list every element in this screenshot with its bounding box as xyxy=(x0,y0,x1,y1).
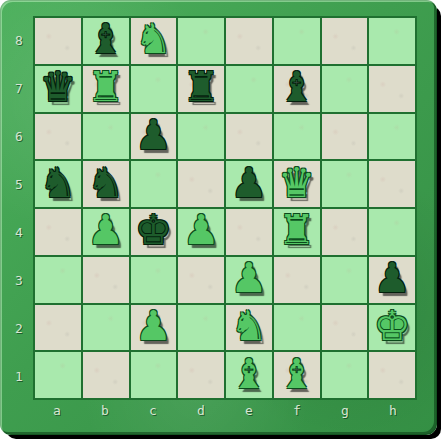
square-b7[interactable]: ♜ xyxy=(83,66,129,112)
piece-dark-rook-d7[interactable]: ♜ xyxy=(183,67,220,108)
square-a6[interactable] xyxy=(35,114,81,160)
square-f7[interactable]: ♝ xyxy=(274,66,320,112)
square-g7[interactable] xyxy=(322,66,368,112)
piece-light-pawn-b4[interactable]: ♟ xyxy=(87,210,124,251)
piece-light-bishop-e1[interactable]: ♝ xyxy=(230,354,267,395)
square-g3[interactable] xyxy=(322,257,368,303)
square-d7[interactable]: ♜ xyxy=(178,66,224,112)
square-f4[interactable]: ♜ xyxy=(274,209,320,255)
square-g6[interactable] xyxy=(322,114,368,160)
rank-label-4: 4 xyxy=(7,208,31,256)
square-g2[interactable] xyxy=(322,305,368,351)
square-h3[interactable]: ♟ xyxy=(369,257,415,303)
piece-light-pawn-e3[interactable]: ♟ xyxy=(230,258,267,299)
board-grid: ♝♞♛♜♜♝♟♞♞♟♛♟♚♟♜♟♟♟♞♚♝♝ xyxy=(33,16,417,400)
square-g4[interactable] xyxy=(322,209,368,255)
square-d1[interactable] xyxy=(178,352,224,398)
square-d3[interactable] xyxy=(178,257,224,303)
square-f8[interactable] xyxy=(274,18,320,64)
piece-dark-king-c4[interactable]: ♚ xyxy=(135,210,172,251)
square-e5[interactable]: ♟ xyxy=(226,161,272,207)
square-b5[interactable]: ♞ xyxy=(83,161,129,207)
square-c3[interactable] xyxy=(131,257,177,303)
square-b6[interactable] xyxy=(83,114,129,160)
file-label-e: e xyxy=(225,401,273,419)
rank-label-6: 6 xyxy=(7,112,31,160)
piece-light-knight-c8[interactable]: ♞ xyxy=(135,19,172,60)
square-b4[interactable]: ♟ xyxy=(83,209,129,255)
square-a1[interactable] xyxy=(35,352,81,398)
piece-dark-bishop-f7[interactable]: ♝ xyxy=(278,67,315,108)
square-e8[interactable] xyxy=(226,18,272,64)
square-c6[interactable]: ♟ xyxy=(131,114,177,160)
square-g5[interactable] xyxy=(322,161,368,207)
rank-labels: 87654321 xyxy=(7,16,31,400)
board-frame: ♝♞♛♜♜♝♟♞♞♟♛♟♚♟♜♟♟♟♞♚♝♝ 87654321 abcdefgh xyxy=(0,0,437,435)
piece-dark-queen-a7[interactable]: ♛ xyxy=(39,67,76,108)
piece-light-king-h2[interactable]: ♚ xyxy=(374,306,411,347)
square-h5[interactable] xyxy=(369,161,415,207)
square-e7[interactable] xyxy=(226,66,272,112)
piece-dark-pawn-e5[interactable]: ♟ xyxy=(230,163,267,204)
square-h6[interactable] xyxy=(369,114,415,160)
file-label-g: g xyxy=(321,401,369,419)
piece-light-rook-b7[interactable]: ♜ xyxy=(87,67,124,108)
piece-light-pawn-c2[interactable]: ♟ xyxy=(135,306,172,347)
square-d6[interactable] xyxy=(178,114,224,160)
square-f3[interactable] xyxy=(274,257,320,303)
square-h1[interactable] xyxy=(369,352,415,398)
square-g8[interactable] xyxy=(322,18,368,64)
piece-light-rook-f4[interactable]: ♜ xyxy=(278,210,315,251)
file-label-c: c xyxy=(129,401,177,419)
file-label-a: a xyxy=(33,401,81,419)
rank-label-1: 1 xyxy=(7,352,31,400)
square-c7[interactable] xyxy=(131,66,177,112)
file-labels: abcdefgh xyxy=(33,401,417,419)
square-e3[interactable]: ♟ xyxy=(226,257,272,303)
square-b3[interactable] xyxy=(83,257,129,303)
file-label-b: b xyxy=(81,401,129,419)
piece-dark-knight-a5[interactable]: ♞ xyxy=(39,163,76,204)
square-f5[interactable]: ♛ xyxy=(274,161,320,207)
square-h7[interactable] xyxy=(369,66,415,112)
square-d4[interactable]: ♟ xyxy=(178,209,224,255)
piece-light-bishop-f1[interactable]: ♝ xyxy=(278,354,315,395)
piece-light-queen-f5[interactable]: ♛ xyxy=(278,163,315,204)
square-e6[interactable] xyxy=(226,114,272,160)
square-b8[interactable]: ♝ xyxy=(83,18,129,64)
square-b1[interactable] xyxy=(83,352,129,398)
square-d5[interactable] xyxy=(178,161,224,207)
square-h2[interactable]: ♚ xyxy=(369,305,415,351)
file-label-h: h xyxy=(369,401,417,419)
square-e1[interactable]: ♝ xyxy=(226,352,272,398)
square-c1[interactable] xyxy=(131,352,177,398)
square-e4[interactable] xyxy=(226,209,272,255)
piece-dark-bishop-b8[interactable]: ♝ xyxy=(87,19,124,60)
square-a7[interactable]: ♛ xyxy=(35,66,81,112)
rank-label-3: 3 xyxy=(7,256,31,304)
square-c2[interactable]: ♟ xyxy=(131,305,177,351)
square-h4[interactable] xyxy=(369,209,415,255)
chess-app: ♝♞♛♜♜♝♟♞♞♟♛♟♚♟♜♟♟♟♞♚♝♝ 87654321 abcdefgh xyxy=(0,0,444,442)
square-f1[interactable]: ♝ xyxy=(274,352,320,398)
piece-light-pawn-d4[interactable]: ♟ xyxy=(183,210,220,251)
rank-label-8: 8 xyxy=(7,16,31,64)
square-d2[interactable] xyxy=(178,305,224,351)
square-a3[interactable] xyxy=(35,257,81,303)
rank-label-5: 5 xyxy=(7,160,31,208)
square-a8[interactable] xyxy=(35,18,81,64)
piece-dark-knight-b5[interactable]: ♞ xyxy=(87,163,124,204)
square-a5[interactable]: ♞ xyxy=(35,161,81,207)
square-a4[interactable] xyxy=(35,209,81,255)
square-a2[interactable] xyxy=(35,305,81,351)
piece-dark-pawn-h3[interactable]: ♟ xyxy=(374,258,411,299)
square-d8[interactable] xyxy=(178,18,224,64)
square-e2[interactable]: ♞ xyxy=(226,305,272,351)
square-c5[interactable] xyxy=(131,161,177,207)
piece-dark-pawn-c6[interactable]: ♟ xyxy=(135,115,172,156)
square-h8[interactable] xyxy=(369,18,415,64)
square-b2[interactable] xyxy=(83,305,129,351)
square-c4[interactable]: ♚ xyxy=(131,209,177,255)
rank-label-2: 2 xyxy=(7,304,31,352)
square-f6[interactable] xyxy=(274,114,320,160)
piece-light-knight-e2[interactable]: ♞ xyxy=(230,306,267,347)
file-label-d: d xyxy=(177,401,225,419)
square-f2[interactable] xyxy=(274,305,320,351)
square-g1[interactable] xyxy=(322,352,368,398)
rank-label-7: 7 xyxy=(7,64,31,112)
file-label-f: f xyxy=(273,401,321,419)
square-c8[interactable]: ♞ xyxy=(131,18,177,64)
